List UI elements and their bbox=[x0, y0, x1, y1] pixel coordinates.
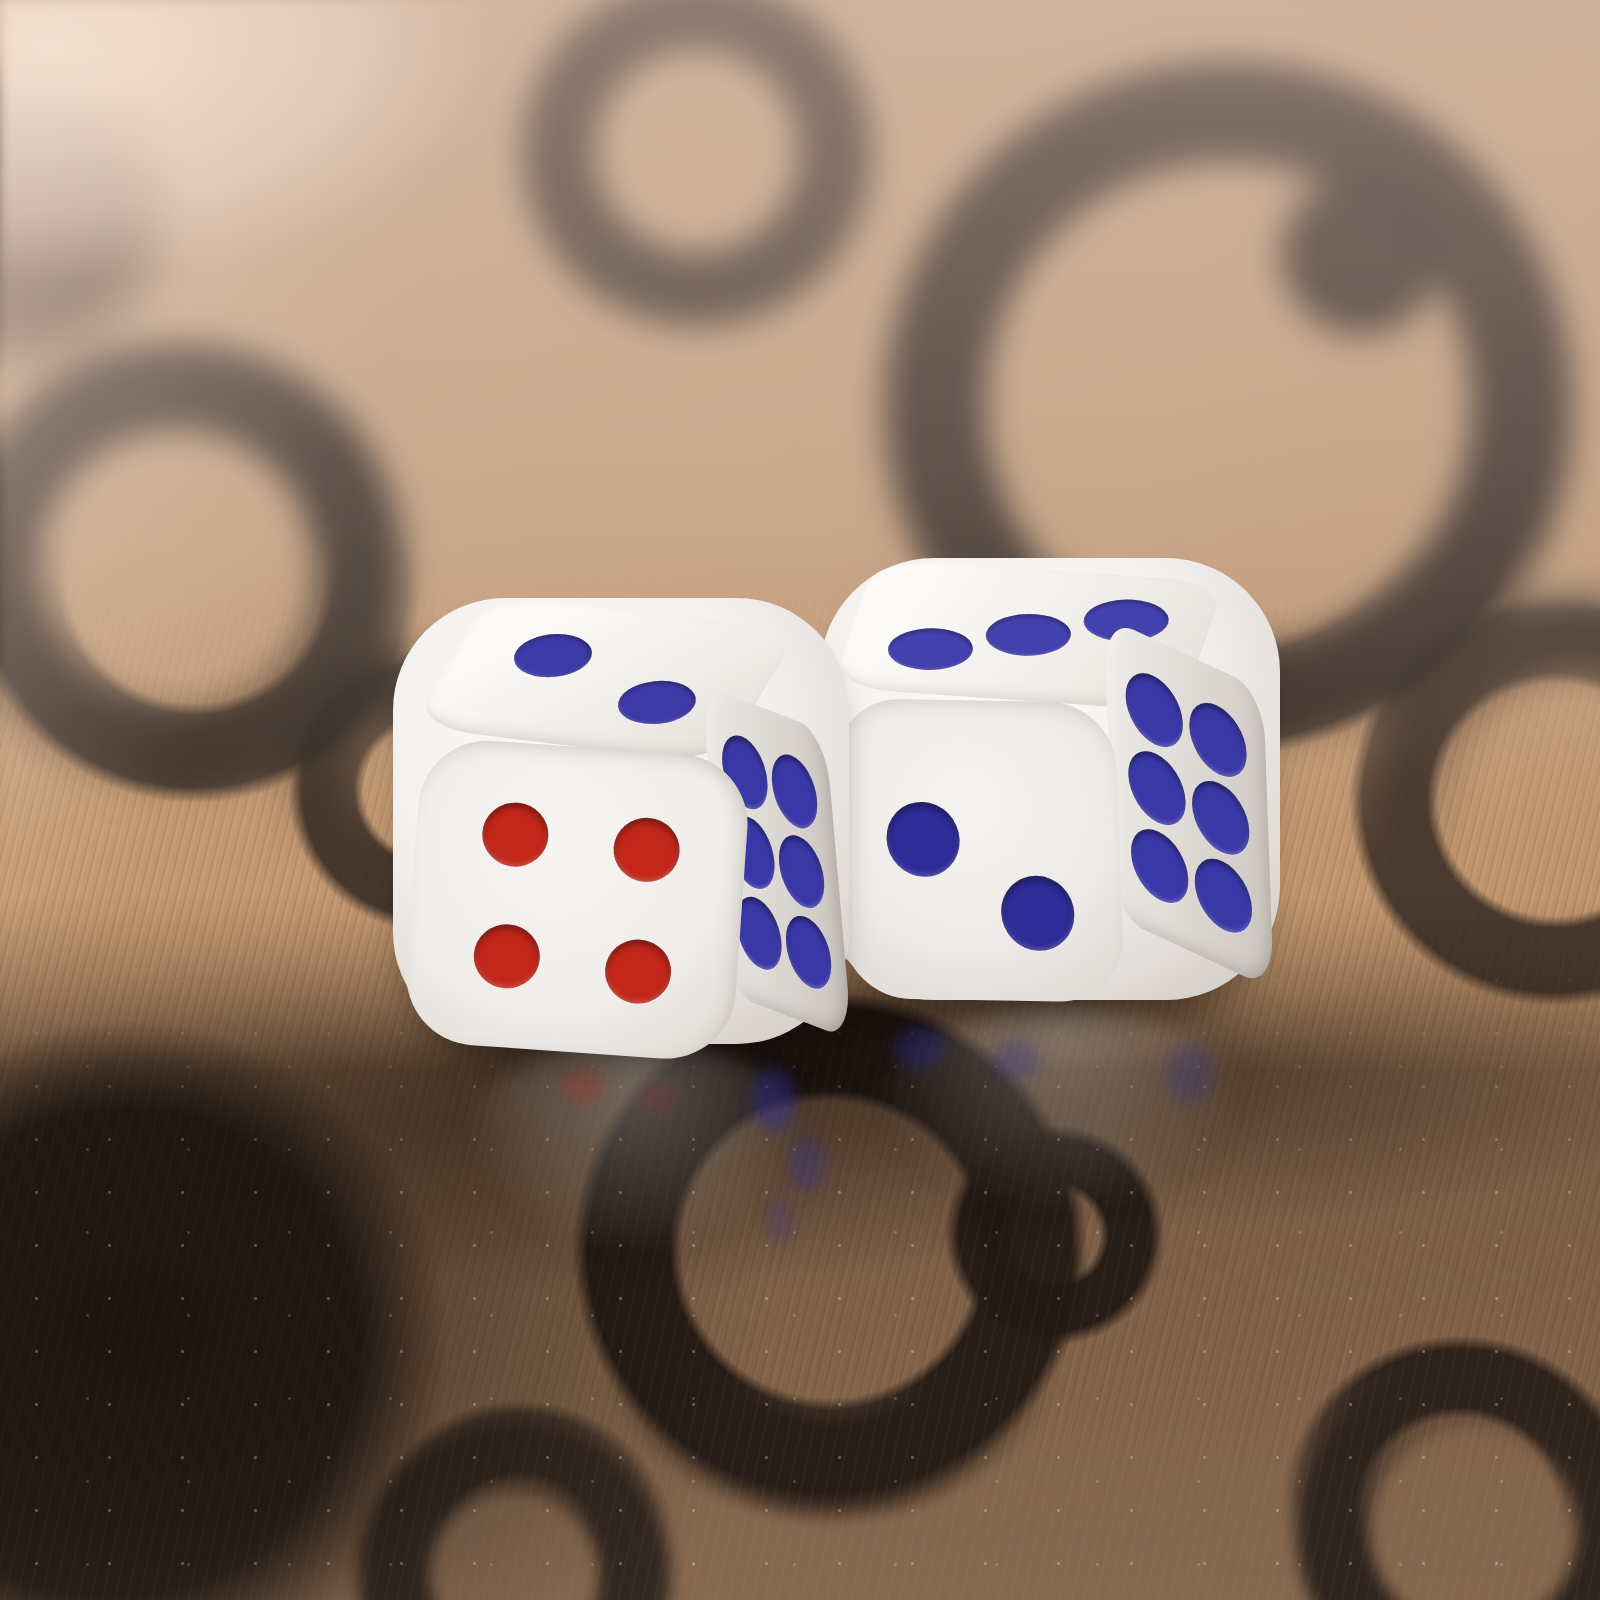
die-pip-blue bbox=[881, 626, 979, 673]
die-pip-blue bbox=[1194, 848, 1254, 944]
right-die bbox=[812, 548, 1292, 1018]
die-pip-blue bbox=[1124, 662, 1184, 758]
pip-reflection bbox=[752, 1068, 796, 1132]
pip-reflection bbox=[1168, 1042, 1214, 1104]
die-face-front bbox=[834, 698, 1125, 1003]
die-pip-blue bbox=[979, 611, 1077, 658]
dice-photo-scene bbox=[0, 0, 1600, 1600]
die-pip-blue bbox=[1000, 875, 1076, 951]
die-pip-red bbox=[611, 815, 681, 883]
pip-reflection bbox=[640, 1082, 680, 1114]
die-pip-blue bbox=[1127, 740, 1187, 836]
die-pip-blue bbox=[1188, 692, 1248, 788]
pip-reflection bbox=[992, 1040, 1040, 1078]
die-pip-blue bbox=[885, 801, 961, 877]
die-pip-blue bbox=[776, 828, 827, 916]
die-pip-red bbox=[480, 800, 550, 868]
die-pip-blue bbox=[1130, 818, 1190, 914]
die-pip-blue bbox=[503, 630, 602, 681]
die-pip-blue bbox=[1191, 770, 1251, 866]
pip-reflection bbox=[893, 1026, 947, 1068]
pip-reflection bbox=[764, 1196, 796, 1244]
die-reflection bbox=[470, 1035, 800, 1245]
die-pip-blue bbox=[783, 908, 834, 996]
die-pip-blue bbox=[769, 747, 820, 835]
pip-reflection bbox=[560, 1068, 606, 1104]
die-face-front bbox=[402, 736, 752, 1063]
die-pip-red bbox=[472, 922, 542, 990]
die-pip-blue bbox=[607, 677, 706, 728]
left-die bbox=[383, 588, 863, 1058]
pip-reflection bbox=[788, 1136, 826, 1192]
die-pip-red bbox=[603, 937, 673, 1005]
